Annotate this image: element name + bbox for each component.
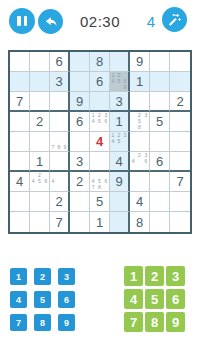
sudoku-board: 6893612456917932261234561235857894123451… [8, 50, 192, 234]
pencil-marks: 2456 [30, 172, 49, 191]
cell-r5c2[interactable] [30, 132, 50, 152]
cell-r1c4[interactable] [70, 52, 90, 72]
numpad-left-key-6[interactable]: 6 [58, 291, 75, 308]
numpad-left-key-8[interactable]: 8 [34, 314, 51, 331]
cell-r7c5[interactable]: 45678 [90, 172, 110, 192]
cell-r4c1[interactable] [10, 112, 30, 132]
cell-r7c1[interactable]: 4 [10, 172, 30, 192]
cell-r2c6[interactable]: 124569 [110, 72, 130, 92]
numpad-right-key-8[interactable]: 8 [145, 312, 164, 332]
given-digit: 7 [176, 175, 183, 188]
cell-r2c7[interactable]: 1 [130, 72, 150, 92]
cell-r8c6[interactable] [110, 192, 130, 212]
hint-button[interactable] [162, 7, 187, 32]
cell-r1c5[interactable]: 8 [90, 52, 110, 72]
cell-r7c2[interactable]: 2456 [30, 172, 50, 192]
cell-r9c4[interactable] [70, 212, 90, 232]
cell-r5c6[interactable]: 12345 [110, 132, 130, 152]
cell-r4c4[interactable]: 6 [70, 112, 90, 132]
given-digit: 6 [55, 55, 62, 68]
pencil-marks: 2346 [130, 152, 149, 170]
numpad-right-key-6[interactable]: 6 [166, 289, 185, 309]
magic-wand-icon [167, 12, 182, 27]
cell-r6c8[interactable]: 6 [150, 152, 170, 172]
numpad-right-key-1[interactable]: 1 [124, 266, 143, 286]
sudoku-app: 02:30 4 68936124569179322612345612358578… [0, 0, 200, 355]
cell-r2c4[interactable] [70, 72, 90, 92]
pause-icon [17, 16, 27, 26]
given-digit: 3 [115, 95, 122, 108]
cell-r8c9[interactable] [170, 192, 190, 212]
given-digit: 9 [76, 95, 83, 108]
cell-r2c1[interactable] [10, 72, 30, 92]
given-digit: 6 [156, 155, 163, 168]
cell-r1c3[interactable]: 6 [50, 52, 70, 72]
cell-r4c2[interactable]: 2 [30, 112, 50, 132]
cell-r9c5[interactable]: 1 [90, 212, 110, 232]
cell-r5c5[interactable]: 4 [90, 132, 110, 152]
cell-r6c4[interactable]: 3 [70, 152, 90, 172]
cell-r8c8[interactable] [150, 192, 170, 212]
given-digit: 3 [55, 75, 62, 88]
given-digit: 1 [36, 155, 43, 168]
given-digit: 9 [115, 175, 122, 188]
cell-r1c2[interactable] [30, 52, 50, 72]
given-digit: 8 [96, 55, 103, 68]
cell-r5c8[interactable] [150, 132, 170, 152]
given-digit: 4 [16, 175, 23, 188]
given-digit: 7 [16, 95, 23, 108]
numpad-left-key-4[interactable]: 4 [10, 291, 27, 308]
undo-button[interactable] [38, 9, 63, 34]
given-digit: 6 [96, 75, 103, 88]
given-digit: 5 [96, 195, 103, 208]
cell-r7c6[interactable]: 9 [110, 172, 130, 192]
given-digit: 2 [176, 95, 183, 108]
given-digit: 3 [76, 155, 83, 168]
cell-r6c5[interactable] [90, 152, 110, 172]
cell-r3c4[interactable]: 9 [70, 92, 90, 112]
cell-r6c6[interactable]: 4 [110, 152, 130, 172]
cell-r7c8[interactable] [150, 172, 170, 192]
numpad-left-key-3[interactable]: 3 [58, 268, 75, 285]
cell-r9c8[interactable] [150, 212, 170, 232]
numpad-right-key-4[interactable]: 4 [124, 289, 143, 309]
cell-r7c3[interactable]: 4 [50, 172, 70, 192]
given-digit: 1 [96, 216, 103, 229]
cell-r4c3[interactable] [50, 112, 70, 132]
hint-count: 4 [143, 13, 159, 30]
cell-r8c2[interactable] [30, 192, 50, 212]
given-digit: 1 [115, 115, 122, 128]
given-digit: 2 [55, 195, 62, 208]
given-digit: 5 [156, 115, 163, 128]
cell-r9c9[interactable] [170, 212, 190, 232]
given-digit: 8 [136, 216, 143, 229]
cell-r7c4[interactable]: 2 [70, 172, 90, 192]
cell-r3c3[interactable] [50, 92, 70, 112]
cell-r6c9[interactable] [170, 152, 190, 172]
numpad-left-key-9[interactable]: 9 [58, 314, 75, 331]
cell-r6c7[interactable]: 2346 [130, 152, 150, 172]
numpad-left-key-1[interactable]: 1 [10, 268, 27, 285]
cell-r1c6[interactable] [110, 52, 130, 72]
cell-r4c5[interactable]: 123456 [90, 112, 110, 132]
cell-r9c6[interactable] [110, 212, 130, 232]
cell-r5c7[interactable] [130, 132, 150, 152]
given-digit: 6 [76, 115, 83, 128]
numpad-left-key-5[interactable]: 5 [34, 291, 51, 308]
numpad-left-key-2[interactable]: 2 [34, 268, 51, 285]
cell-r1c1[interactable] [10, 52, 30, 72]
pencil-marks: 2358 [130, 112, 149, 131]
cell-r4c6[interactable]: 1 [110, 112, 130, 132]
cell-r5c1[interactable] [10, 132, 30, 152]
cell-r9c2[interactable] [30, 212, 50, 232]
cell-r4c7[interactable]: 2358 [130, 112, 150, 132]
cell-r3c7[interactable] [130, 92, 150, 112]
cell-r2c8[interactable] [150, 72, 170, 92]
numpad-right-key-5[interactable]: 5 [145, 289, 164, 309]
numpad-right: 123456789 [124, 266, 185, 332]
cell-r3c6[interactable]: 3 [110, 92, 130, 112]
cell-r1c8[interactable] [150, 52, 170, 72]
cell-r6c3[interactable] [50, 152, 70, 172]
undo-arrow-icon [43, 14, 58, 29]
given-digit: 2 [36, 115, 43, 128]
cell-r4c9[interactable] [170, 112, 190, 132]
numpad-right-key-9[interactable]: 9 [166, 312, 185, 332]
cell-r9c1[interactable] [10, 212, 30, 232]
cell-r5c9[interactable] [170, 132, 190, 152]
given-digit: 4 [115, 155, 122, 168]
cell-r8c5[interactable]: 5 [90, 192, 110, 212]
cell-r8c4[interactable] [70, 192, 90, 212]
cell-r8c1[interactable] [10, 192, 30, 212]
cell-r3c8[interactable] [150, 92, 170, 112]
cell-r2c2[interactable] [30, 72, 50, 92]
cell-r5c4[interactable] [70, 132, 90, 152]
pencil-marks: 123456 [90, 112, 109, 131]
pencil-marks: 4 [50, 172, 68, 191]
given-digit: 7 [55, 216, 62, 229]
cell-r6c1[interactable] [10, 152, 30, 172]
pause-button[interactable] [9, 8, 35, 34]
cell-r1c9[interactable] [170, 52, 190, 72]
cell-r3c1[interactable]: 7 [10, 92, 30, 112]
given-digit: 1 [136, 75, 143, 88]
cell-r9c7[interactable]: 8 [130, 212, 150, 232]
cell-r7c9[interactable]: 7 [170, 172, 190, 192]
cell-r4c8[interactable]: 5 [150, 112, 170, 132]
given-digit: 2 [76, 175, 83, 188]
cell-r9c3[interactable]: 7 [50, 212, 70, 232]
pencil-marks: 789 [50, 132, 68, 151]
cell-r2c3[interactable]: 3 [50, 72, 70, 92]
cell-r1c7[interactable]: 9 [130, 52, 150, 72]
cell-r2c9[interactable] [170, 72, 190, 92]
numpad-right-key-2[interactable]: 2 [145, 266, 164, 286]
numpad-left-key-7[interactable]: 7 [10, 314, 27, 331]
cell-r8c7[interactable]: 4 [130, 192, 150, 212]
cell-r7c7[interactable] [130, 172, 150, 192]
numpad-right-key-3[interactable]: 3 [166, 266, 185, 286]
cell-r6c2[interactable]: 1 [30, 152, 50, 172]
given-digit: 4 [136, 195, 143, 208]
cell-r3c9[interactable]: 2 [170, 92, 190, 112]
numpad-left: 123456789 [10, 268, 75, 331]
pencil-marks: 124569 [110, 72, 128, 91]
numpad-right-key-7[interactable]: 7 [124, 312, 143, 332]
pencil-marks: 45678 [90, 172, 109, 191]
error-digit: 4 [96, 135, 103, 148]
cell-r3c2[interactable] [30, 92, 50, 112]
cell-r8c3[interactable]: 2 [50, 192, 70, 212]
pencil-marks: 12345 [110, 132, 128, 151]
cell-r5c3[interactable]: 789 [50, 132, 70, 152]
cell-r3c5[interactable] [90, 92, 110, 112]
timer: 02:30 [72, 13, 128, 30]
cell-r2c5[interactable]: 6 [90, 72, 110, 92]
given-digit: 9 [136, 55, 143, 68]
